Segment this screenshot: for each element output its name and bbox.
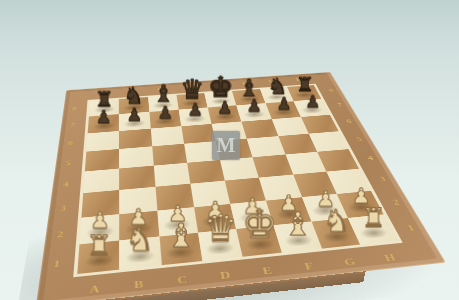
- white-king-e1[interactable]: ♚: [239, 194, 279, 244]
- watermark: M: [212, 131, 240, 160]
- white-bishop-c1[interactable]: ♝: [160, 201, 200, 252]
- white-bishop-f1[interactable]: ♝: [278, 190, 317, 240]
- square-a1[interactable]: ♜: [77, 240, 119, 274]
- coordinate-label-5: 5: [57, 152, 78, 174]
- black-pawn-e7[interactable]: ♟: [209, 79, 239, 117]
- coordinate-label-b: B: [116, 273, 161, 295]
- black-pawn-d7[interactable]: ♟: [180, 81, 210, 119]
- chess-board: ABCDEFGH ABCDEFGH 87654321 87654321 ♜♞♝♛…: [35, 72, 445, 300]
- square-b1[interactable]: ♞: [119, 236, 161, 269]
- coordinate-label-7: 7: [62, 116, 81, 134]
- coordinate-label-c: C: [159, 268, 204, 290]
- square-d7[interactable]: ♟: [178, 108, 211, 126]
- rank-labels-left: 87654321: [43, 100, 83, 280]
- square-c1[interactable]: ♝: [158, 233, 201, 266]
- coordinate-label-h: H: [365, 247, 413, 267]
- white-queen-d1[interactable]: ♛: [200, 197, 240, 247]
- coordinate-label-f: F: [285, 255, 332, 276]
- black-pawn-g7[interactable]: ♟: [268, 74, 298, 111]
- square-e1[interactable]: ♚: [236, 225, 282, 257]
- square-b5[interactable]: [119, 146, 153, 168]
- board-frame: ABCDEFGH ABCDEFGH 87654321 87654321 ♜♞♝♛…: [35, 72, 445, 300]
- square-g5[interactable]: [277, 134, 316, 155]
- black-pawn-b7[interactable]: ♟: [119, 85, 149, 123]
- black-pawn-a7[interactable]: ♟: [88, 87, 119, 126]
- coordinate-label-d: D: [202, 264, 248, 286]
- white-rook-h1[interactable]: ♜: [354, 183, 393, 232]
- coordinate-label-4: 4: [54, 172, 76, 196]
- square-d6[interactable]: [181, 124, 215, 144]
- coordinate-label-2: 2: [47, 219, 72, 249]
- square-f1[interactable]: ♝: [273, 221, 321, 252]
- product-photo-page: { "game": "chess", "scene_kind": "wooden…: [0, 0, 459, 300]
- white-knight-b1[interactable]: ♞: [119, 205, 160, 256]
- watermark-logo: M: [217, 134, 236, 157]
- playing-area: ♜♞♝♛♚♝♞♜♟♟♟♟♟♟♟♟♟♟♟♟♟♟♟♟♜♞♝♛♚♝♞♜: [73, 84, 403, 278]
- coordinate-label-1: 1: [43, 247, 69, 280]
- black-pawn-f7[interactable]: ♟: [239, 76, 269, 114]
- coordinate-label-g: G: [325, 251, 372, 272]
- coordinate-label-a: A: [71, 277, 116, 300]
- white-knight-g1[interactable]: ♞: [316, 187, 355, 236]
- black-pawn-h7[interactable]: ♟: [297, 72, 326, 109]
- white-rook-a1[interactable]: ♜: [78, 209, 119, 261]
- coordinate-label-e: E: [244, 260, 290, 281]
- square-g1[interactable]: ♞: [310, 218, 359, 249]
- square-h5[interactable]: [308, 131, 348, 152]
- square-a6[interactable]: [86, 131, 119, 152]
- black-pawn-c7[interactable]: ♟: [149, 83, 179, 121]
- coordinate-label-3: 3: [51, 195, 74, 222]
- coordinate-label-6: 6: [60, 133, 80, 153]
- coordinate-label-8: 8: [65, 100, 83, 117]
- square-d1[interactable]: ♛: [197, 229, 242, 261]
- square-b6[interactable]: [119, 128, 152, 148]
